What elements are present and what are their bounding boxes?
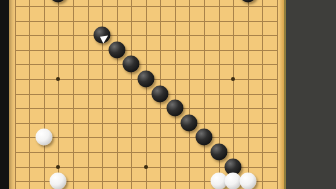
go-board[interactable] [9,0,284,189]
star-point [56,165,60,169]
star-point [56,77,60,81]
black-stone [239,0,256,3]
grid-line [277,0,278,189]
white-stone [35,129,52,146]
black-stone [123,56,140,73]
grid-line [15,94,277,95]
grid-line [248,0,249,189]
grid-line [15,152,277,153]
black-stone [50,0,67,3]
black-stone [108,41,125,58]
grid-line [262,0,263,189]
grid-line [15,137,277,138]
black-stone [94,27,111,44]
grid-line [175,0,176,189]
black-stone [181,114,198,131]
app-window [0,0,336,189]
grid-line [15,108,277,109]
side-panel [286,0,336,189]
white-stone [239,173,256,189]
grid-line [189,0,190,189]
grid-line [15,123,277,124]
grid-line [219,0,220,189]
black-stone [152,85,169,102]
last-move-triangle-marker [99,35,109,44]
letterbox-left [0,0,9,189]
grid-line [204,0,205,189]
black-stone [195,129,212,146]
black-stone [210,144,227,161]
white-stone [50,173,67,189]
black-stone [166,100,183,117]
star-point [231,77,235,81]
black-stone [137,71,154,88]
star-point [144,165,148,169]
